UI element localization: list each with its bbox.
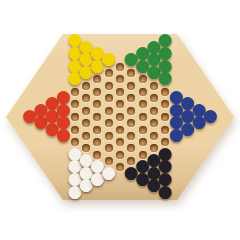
hole[interactable]	[150, 107, 158, 115]
hole[interactable]: ●	[48, 126, 56, 134]
hole[interactable]	[82, 119, 90, 127]
hole[interactable]	[93, 88, 101, 96]
hole[interactable]	[161, 100, 169, 108]
hole[interactable]	[71, 100, 79, 108]
hole[interactable]	[93, 75, 101, 83]
hole[interactable]	[93, 126, 101, 134]
hole[interactable]	[161, 88, 169, 96]
hole[interactable]: ●	[105, 56, 113, 64]
hole[interactable]: ●	[127, 170, 135, 178]
hole[interactable]	[127, 107, 135, 115]
hole[interactable]	[71, 113, 79, 121]
hole[interactable]	[82, 94, 90, 102]
board-column-7: ●●	[103, 34, 114, 200]
hole[interactable]	[82, 82, 90, 90]
hole[interactable]: ●	[161, 75, 169, 83]
hole[interactable]	[82, 132, 90, 140]
hole[interactable]	[127, 132, 135, 140]
hole[interactable]	[71, 88, 79, 96]
hole[interactable]	[127, 82, 135, 90]
hole[interactable]	[71, 126, 79, 134]
hole[interactable]	[139, 100, 147, 108]
hole[interactable]	[93, 113, 101, 121]
hole[interactable]	[93, 138, 101, 146]
hole[interactable]	[105, 94, 113, 102]
hole[interactable]	[150, 82, 158, 90]
peg-red[interactable]: ●	[56, 126, 71, 143]
hole[interactable]: ●	[71, 75, 79, 83]
hole[interactable]: ●	[93, 176, 101, 184]
hole[interactable]	[116, 163, 124, 171]
hole[interactable]: ●	[60, 132, 68, 140]
hole[interactable]: ●	[161, 189, 169, 197]
hole[interactable]	[116, 113, 124, 121]
hole[interactable]: ●	[195, 119, 203, 127]
board: ●●●●●●●●●●●●●●●●●●●●●●●●●●●●●●●●●●●●●●●●…	[6, 34, 234, 200]
hole[interactable]	[139, 126, 147, 134]
hole[interactable]	[127, 119, 135, 127]
hole[interactable]	[105, 144, 113, 152]
hole[interactable]	[161, 126, 169, 134]
hole[interactable]	[150, 119, 158, 127]
peg-blue[interactable]: ●	[203, 107, 218, 124]
hole[interactable]	[127, 144, 135, 152]
hole[interactable]	[116, 75, 124, 83]
peg-white[interactable]: ●	[101, 163, 116, 180]
hole[interactable]	[105, 132, 113, 140]
hole[interactable]	[150, 94, 158, 102]
hole[interactable]: ●	[139, 176, 147, 184]
hole[interactable]	[150, 132, 158, 140]
hole[interactable]: ●	[71, 189, 79, 197]
hole[interactable]: ●	[206, 113, 214, 121]
peg-green[interactable]: ●	[158, 69, 173, 86]
hole[interactable]: ●	[172, 132, 180, 140]
hole[interactable]: ●	[150, 69, 158, 77]
hole[interactable]: ●	[82, 69, 90, 77]
peg-yellow[interactable]: ●	[101, 50, 116, 67]
hole[interactable]: ●	[26, 113, 34, 121]
hole[interactable]	[82, 107, 90, 115]
hole[interactable]	[116, 88, 124, 96]
hole[interactable]: ●	[82, 182, 90, 190]
hole[interactable]: ●	[150, 182, 158, 190]
hole[interactable]	[105, 107, 113, 115]
hole[interactable]: ●	[127, 56, 135, 64]
photo-background: ●●●●●●●●●●●●●●●●●●●●●●●●●●●●●●●●●●●●●●●●…	[0, 0, 240, 240]
hole[interactable]: ●	[184, 126, 192, 134]
hole[interactable]	[116, 63, 124, 71]
board-column-16: ●	[205, 34, 216, 200]
hole[interactable]: ●	[105, 170, 113, 178]
hole[interactable]: ●	[139, 63, 147, 71]
hole[interactable]	[116, 138, 124, 146]
hole[interactable]	[116, 126, 124, 134]
hole[interactable]: ●	[37, 119, 45, 127]
hole[interactable]	[93, 100, 101, 108]
hole[interactable]	[105, 82, 113, 90]
hole[interactable]	[116, 151, 124, 159]
hole[interactable]	[105, 69, 113, 77]
hole-grid: ●●●●●●●●●●●●●●●●●●●●●●●●●●●●●●●●●●●●●●●●…	[24, 34, 216, 200]
hole[interactable]	[127, 69, 135, 77]
hole[interactable]	[139, 138, 147, 146]
hole[interactable]	[139, 113, 147, 121]
hole[interactable]	[139, 88, 147, 96]
peg-black[interactable]: ●	[158, 182, 173, 199]
hole[interactable]	[127, 94, 135, 102]
hole[interactable]	[105, 119, 113, 127]
hole[interactable]	[116, 100, 124, 108]
hole[interactable]	[139, 75, 147, 83]
hole[interactable]: ●	[93, 63, 101, 71]
hole[interactable]	[161, 113, 169, 121]
